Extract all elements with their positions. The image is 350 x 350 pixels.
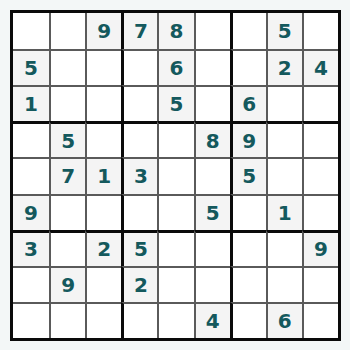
cell-r9c1[interactable] <box>13 302 49 338</box>
cell-r7c7[interactable] <box>230 230 266 266</box>
sudoku-board: 97855624156589713595132599246 <box>10 10 341 341</box>
cell-r2c3[interactable] <box>85 49 121 85</box>
cell-r9c6[interactable]: 4 <box>194 302 230 338</box>
cell-r8c6[interactable] <box>194 266 230 302</box>
cell-r6c9[interactable] <box>302 194 338 230</box>
cell-r6c8[interactable]: 1 <box>266 194 302 230</box>
cell-r3c5[interactable]: 5 <box>157 85 193 121</box>
cell-r2c1[interactable]: 5 <box>13 49 49 85</box>
cell-r5c1[interactable] <box>13 157 49 193</box>
cell-r4c8[interactable] <box>266 121 302 157</box>
cell-r4c6[interactable]: 8 <box>194 121 230 157</box>
cell-r2c6[interactable] <box>194 49 230 85</box>
cell-r7c2[interactable] <box>49 230 85 266</box>
cell-r5c7[interactable]: 5 <box>230 157 266 193</box>
cell-r4c9[interactable] <box>302 121 338 157</box>
cell-r3c8[interactable] <box>266 85 302 121</box>
cell-r8c5[interactable] <box>157 266 193 302</box>
cell-r1c9[interactable] <box>302 13 338 49</box>
cell-r9c5[interactable] <box>157 302 193 338</box>
cell-r5c5[interactable] <box>157 157 193 193</box>
cell-r6c6[interactable]: 5 <box>194 194 230 230</box>
cell-r7c3[interactable]: 2 <box>85 230 121 266</box>
cell-r5c3[interactable]: 1 <box>85 157 121 193</box>
cell-r9c2[interactable] <box>49 302 85 338</box>
cell-r7c1[interactable]: 3 <box>13 230 49 266</box>
cell-r2c5[interactable]: 6 <box>157 49 193 85</box>
cell-r3c7[interactable]: 6 <box>230 85 266 121</box>
cell-r1c5[interactable]: 8 <box>157 13 193 49</box>
cell-r7c5[interactable] <box>157 230 193 266</box>
cell-r5c6[interactable] <box>194 157 230 193</box>
cell-r6c5[interactable] <box>157 194 193 230</box>
cell-r4c7[interactable]: 9 <box>230 121 266 157</box>
cell-r5c4[interactable]: 3 <box>121 157 157 193</box>
cell-r4c4[interactable] <box>121 121 157 157</box>
cell-r8c1[interactable] <box>13 266 49 302</box>
cell-r9c7[interactable] <box>230 302 266 338</box>
cell-r3c6[interactable] <box>194 85 230 121</box>
cell-r4c2[interactable]: 5 <box>49 121 85 157</box>
cell-r3c9[interactable] <box>302 85 338 121</box>
cell-r1c1[interactable] <box>13 13 49 49</box>
cell-r1c2[interactable] <box>49 13 85 49</box>
cell-r8c8[interactable] <box>266 266 302 302</box>
cell-r9c8[interactable]: 6 <box>266 302 302 338</box>
cell-r9c3[interactable] <box>85 302 121 338</box>
cell-r3c1[interactable]: 1 <box>13 85 49 121</box>
cell-r6c4[interactable] <box>121 194 157 230</box>
cell-r8c4[interactable]: 2 <box>121 266 157 302</box>
cell-r5c8[interactable] <box>266 157 302 193</box>
cell-r3c4[interactable] <box>121 85 157 121</box>
cell-r8c9[interactable] <box>302 266 338 302</box>
cell-r4c5[interactable] <box>157 121 193 157</box>
cell-r1c3[interactable]: 9 <box>85 13 121 49</box>
cell-r4c3[interactable] <box>85 121 121 157</box>
cell-r2c7[interactable] <box>230 49 266 85</box>
cell-r4c1[interactable] <box>13 121 49 157</box>
cell-r7c9[interactable]: 9 <box>302 230 338 266</box>
cell-r2c8[interactable]: 2 <box>266 49 302 85</box>
cell-r1c4[interactable]: 7 <box>121 13 157 49</box>
cell-r2c2[interactable] <box>49 49 85 85</box>
cell-r1c8[interactable]: 5 <box>266 13 302 49</box>
cell-r9c9[interactable] <box>302 302 338 338</box>
cell-r5c9[interactable] <box>302 157 338 193</box>
cell-r7c6[interactable] <box>194 230 230 266</box>
cell-r2c4[interactable] <box>121 49 157 85</box>
cell-r3c3[interactable] <box>85 85 121 121</box>
cell-r8c7[interactable] <box>230 266 266 302</box>
cell-r8c2[interactable]: 9 <box>49 266 85 302</box>
cell-r7c4[interactable]: 5 <box>121 230 157 266</box>
cell-r6c2[interactable] <box>49 194 85 230</box>
cell-r6c1[interactable]: 9 <box>13 194 49 230</box>
cell-r7c8[interactable] <box>266 230 302 266</box>
cell-r2c9[interactable]: 4 <box>302 49 338 85</box>
cell-r1c7[interactable] <box>230 13 266 49</box>
cell-r9c4[interactable] <box>121 302 157 338</box>
cell-r1c6[interactable] <box>194 13 230 49</box>
cell-r6c3[interactable] <box>85 194 121 230</box>
cell-r5c2[interactable]: 7 <box>49 157 85 193</box>
cell-r6c7[interactable] <box>230 194 266 230</box>
cell-r3c2[interactable] <box>49 85 85 121</box>
cell-r8c3[interactable] <box>85 266 121 302</box>
